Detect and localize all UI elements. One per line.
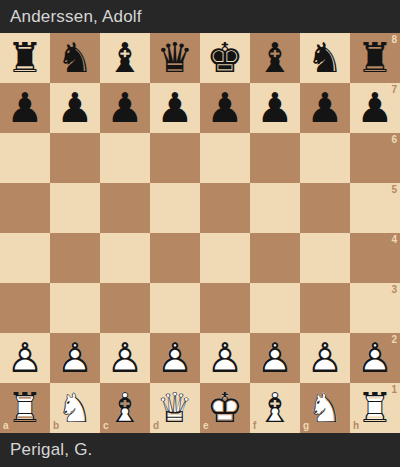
black-pawn-icon: ♟ [300, 83, 350, 133]
square-e7[interactable]: ♟ [200, 83, 250, 133]
piece-black-rook[interactable]: ♜ [0, 33, 50, 83]
square-f5[interactable] [250, 183, 300, 233]
square-e2[interactable]: ♟♙ [200, 333, 250, 383]
white-pawn-outline-icon: ♙ [200, 333, 250, 383]
piece-white-pawn[interactable]: ♟♙ [0, 333, 50, 383]
piece-black-queen[interactable]: ♛ [150, 33, 200, 83]
piece-white-rook[interactable]: ♜♖ [0, 383, 50, 433]
square-h3[interactable]: 3 [350, 283, 400, 333]
rank-label-3: 3 [391, 285, 397, 295]
piece-white-bishop[interactable]: ♝♗ [250, 383, 300, 433]
square-g1[interactable]: ♞♘g [300, 383, 350, 433]
piece-white-pawn[interactable]: ♟♙ [150, 333, 200, 383]
square-a6[interactable] [0, 133, 50, 183]
square-c3[interactable] [100, 283, 150, 333]
square-g5[interactable] [300, 183, 350, 233]
piece-white-queen[interactable]: ♛♕ [150, 383, 200, 433]
square-g2[interactable]: ♟♙ [300, 333, 350, 383]
white-rook-outline-icon: ♖ [350, 383, 400, 433]
square-d3[interactable] [150, 283, 200, 333]
square-f4[interactable] [250, 233, 300, 283]
square-b3[interactable] [50, 283, 100, 333]
square-a8[interactable]: ♜ [0, 33, 50, 83]
piece-white-pawn[interactable]: ♟♙ [300, 333, 350, 383]
white-pawn-outline-icon: ♙ [350, 333, 400, 383]
piece-black-pawn[interactable]: ♟ [300, 83, 350, 133]
top-player-name: Anderssen, Adolf [10, 7, 142, 27]
square-a4[interactable] [0, 233, 50, 283]
piece-white-pawn[interactable]: ♟♙ [50, 333, 100, 383]
square-h2[interactable]: ♟♙2 [350, 333, 400, 383]
square-d4[interactable] [150, 233, 200, 283]
white-bishop-outline-icon: ♗ [100, 383, 150, 433]
piece-black-rook[interactable]: ♜ [350, 33, 400, 83]
piece-black-pawn[interactable]: ♟ [0, 83, 50, 133]
black-queen-icon: ♛ [150, 33, 200, 83]
rank-label-4: 4 [391, 235, 397, 245]
square-a7[interactable]: ♟ [0, 83, 50, 133]
square-b8[interactable]: ♞ [50, 33, 100, 83]
white-pawn-outline-icon: ♙ [250, 333, 300, 383]
white-knight-outline-icon: ♘ [300, 383, 350, 433]
square-h6[interactable]: 6 [350, 133, 400, 183]
square-c6[interactable] [100, 133, 150, 183]
square-d6[interactable] [150, 133, 200, 183]
top-player-bar: Anderssen, Adolf [0, 0, 400, 33]
black-bishop-icon: ♝ [250, 33, 300, 83]
square-h4[interactable]: 4 [350, 233, 400, 283]
piece-black-pawn[interactable]: ♟ [100, 83, 150, 133]
square-a2[interactable]: ♟♙ [0, 333, 50, 383]
square-b2[interactable]: ♟♙ [50, 333, 100, 383]
black-pawn-icon: ♟ [100, 83, 150, 133]
bottom-player-bar: Perigal, G. [0, 433, 400, 467]
piece-black-pawn[interactable]: ♟ [250, 83, 300, 133]
square-d2[interactable]: ♟♙ [150, 333, 200, 383]
square-b4[interactable] [50, 233, 100, 283]
piece-white-bishop[interactable]: ♝♗ [100, 383, 150, 433]
square-c4[interactable] [100, 233, 150, 283]
square-g3[interactable] [300, 283, 350, 333]
square-c2[interactable]: ♟♙ [100, 333, 150, 383]
white-queen-outline-icon: ♕ [150, 383, 200, 433]
square-f1[interactable]: ♝♗f [250, 383, 300, 433]
white-pawn-outline-icon: ♙ [0, 333, 50, 383]
white-pawn-outline-icon: ♙ [100, 333, 150, 383]
piece-black-knight[interactable]: ♞ [300, 33, 350, 83]
piece-black-king[interactable]: ♚ [200, 33, 250, 83]
rank-label-6: 6 [391, 135, 397, 145]
black-rook-icon: ♜ [350, 33, 400, 83]
square-a5[interactable] [0, 183, 50, 233]
square-g7[interactable]: ♟ [300, 83, 350, 133]
square-b1[interactable]: ♞♘b [50, 383, 100, 433]
white-rook-outline-icon: ♖ [0, 383, 50, 433]
square-c7[interactable]: ♟ [100, 83, 150, 133]
black-rook-icon: ♜ [0, 33, 50, 83]
square-b7[interactable]: ♟ [50, 83, 100, 133]
piece-white-pawn[interactable]: ♟♙ [200, 333, 250, 383]
black-pawn-icon: ♟ [50, 83, 100, 133]
square-h5[interactable]: 5 [350, 183, 400, 233]
piece-black-pawn[interactable]: ♟ [150, 83, 200, 133]
square-g6[interactable] [300, 133, 350, 183]
square-f3[interactable] [250, 283, 300, 333]
square-b5[interactable] [50, 183, 100, 233]
black-pawn-icon: ♟ [200, 83, 250, 133]
square-e5[interactable] [200, 183, 250, 233]
square-e3[interactable] [200, 283, 250, 333]
square-g4[interactable] [300, 233, 350, 283]
square-c1[interactable]: ♝♗c [100, 383, 150, 433]
white-knight-outline-icon: ♘ [50, 383, 100, 433]
black-knight-icon: ♞ [300, 33, 350, 83]
piece-black-pawn[interactable]: ♟ [50, 83, 100, 133]
chess-board: ♜♞♝♛♚♝♞♜8♟♟♟♟♟♟♟♟76543♟♙♟♙♟♙♟♙♟♙♟♙♟♙♟♙2♜… [0, 33, 400, 433]
piece-white-knight[interactable]: ♞♘ [300, 383, 350, 433]
piece-white-rook[interactable]: ♜♖ [350, 383, 400, 433]
piece-white-pawn[interactable]: ♟♙ [250, 333, 300, 383]
piece-black-bishop[interactable]: ♝ [250, 33, 300, 83]
white-king-outline-icon: ♔ [200, 383, 250, 433]
square-d7[interactable]: ♟ [150, 83, 200, 133]
piece-black-bishop[interactable]: ♝ [100, 33, 150, 83]
black-pawn-icon: ♟ [0, 83, 50, 133]
square-e6[interactable] [200, 133, 250, 183]
piece-black-pawn[interactable]: ♟ [350, 83, 400, 133]
square-f8[interactable]: ♝ [250, 33, 300, 83]
square-e8[interactable]: ♚ [200, 33, 250, 83]
chess-app: Anderssen, Adolf ♜♞♝♛♚♝♞♜8♟♟♟♟♟♟♟♟76543♟… [0, 0, 400, 467]
square-b6[interactable] [50, 133, 100, 183]
square-d5[interactable] [150, 183, 200, 233]
piece-white-king[interactable]: ♚♔ [200, 383, 250, 433]
white-pawn-outline-icon: ♙ [50, 333, 100, 383]
square-h1[interactable]: ♜♖1h [350, 383, 400, 433]
square-f7[interactable]: ♟ [250, 83, 300, 133]
square-a1[interactable]: ♜♖a [0, 383, 50, 433]
square-h8[interactable]: ♜8 [350, 33, 400, 83]
square-e1[interactable]: ♚♔e [200, 383, 250, 433]
piece-white-knight[interactable]: ♞♘ [50, 383, 100, 433]
rank-label-5: 5 [391, 185, 397, 195]
square-d1[interactable]: ♛♕d [150, 383, 200, 433]
square-d8[interactable]: ♛ [150, 33, 200, 83]
square-f2[interactable]: ♟♙ [250, 333, 300, 383]
black-knight-icon: ♞ [50, 33, 100, 83]
square-c5[interactable] [100, 183, 150, 233]
white-pawn-outline-icon: ♙ [150, 333, 200, 383]
white-bishop-outline-icon: ♗ [250, 383, 300, 433]
black-pawn-icon: ♟ [350, 83, 400, 133]
piece-black-knight[interactable]: ♞ [50, 33, 100, 83]
black-pawn-icon: ♟ [250, 83, 300, 133]
white-pawn-outline-icon: ♙ [300, 333, 350, 383]
piece-black-pawn[interactable]: ♟ [200, 83, 250, 133]
square-h7[interactable]: ♟7 [350, 83, 400, 133]
square-f6[interactable] [250, 133, 300, 183]
piece-white-pawn[interactable]: ♟♙ [350, 333, 400, 383]
square-g8[interactable]: ♞ [300, 33, 350, 83]
black-pawn-icon: ♟ [150, 83, 200, 133]
bottom-player-name: Perigal, G. [10, 440, 93, 460]
square-c8[interactable]: ♝ [100, 33, 150, 83]
piece-white-pawn[interactable]: ♟♙ [100, 333, 150, 383]
square-e4[interactable] [200, 233, 250, 283]
black-bishop-icon: ♝ [100, 33, 150, 83]
black-king-icon: ♚ [200, 33, 250, 83]
square-a3[interactable] [0, 283, 50, 333]
